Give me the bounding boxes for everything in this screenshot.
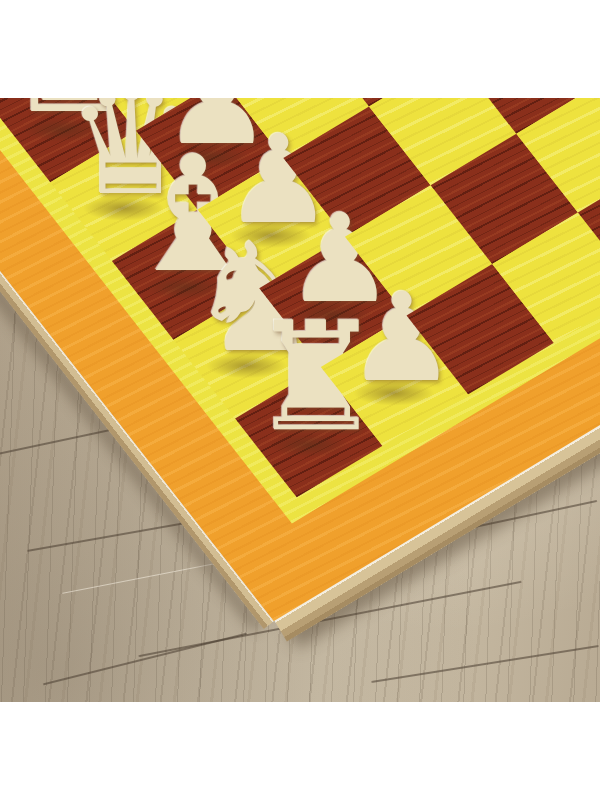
page: ♜♟♟♜♞♟♟♞♝♟♟♝♚♟♟♚♛♟♟♛♝♟♟♝♞♟♟♞♜♟♟♜ <box>0 0 600 800</box>
product-photo: ♜♟♟♜♞♟♟♞♝♟♟♝♚♟♟♚♛♟♟♛♝♟♟♝♞♟♟♞♜♟♟♜ <box>0 98 600 702</box>
